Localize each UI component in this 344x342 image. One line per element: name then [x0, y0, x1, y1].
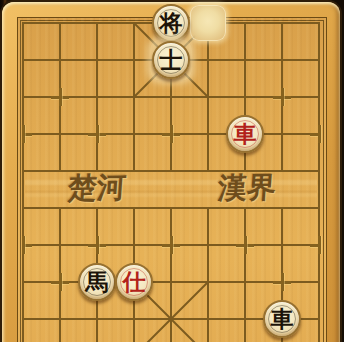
piece-glyph: 車 [271, 307, 294, 330]
piece-red-chariot[interactable]: 車 [226, 115, 264, 153]
point-marker [162, 236, 180, 254]
point-marker [88, 125, 106, 143]
piece-black-horse[interactable]: 馬 [78, 263, 116, 301]
piece-glyph: 馬 [86, 270, 109, 293]
piece-black-general[interactable]: 将 [152, 4, 190, 42]
point-marker [162, 125, 180, 143]
point-marker [310, 236, 328, 254]
river-band: 楚河 漢界 [25, 173, 317, 206]
piece-glyph: 仕 [123, 270, 146, 293]
point-marker [51, 273, 69, 291]
piece-glyph: 車 [234, 122, 257, 145]
xiangqi-screenshot: 楚河 漢界 将士車馬仕車 [0, 0, 344, 342]
point-marker [51, 88, 69, 106]
river-label-chu-he: 楚河 [67, 173, 128, 206]
piece-glyph: 士 [160, 48, 183, 71]
point-marker [273, 88, 291, 106]
point-marker [14, 236, 32, 254]
point-marker [88, 236, 106, 254]
last-move-origin-marker [190, 5, 226, 41]
point-marker [273, 273, 291, 291]
piece-red-advisor[interactable]: 仕 [115, 263, 153, 301]
grid-vline [244, 207, 246, 342]
grid-vline [96, 22, 98, 172]
point-marker [236, 236, 254, 254]
point-marker [310, 125, 328, 143]
piece-glyph: 将 [160, 11, 183, 34]
grid-vline [22, 22, 24, 342]
river-label-han-jie: 漢界 [217, 173, 278, 206]
piece-black-advisor[interactable]: 士 [152, 41, 190, 79]
piece-black-chariot[interactable]: 車 [263, 300, 301, 338]
grid-vline [318, 22, 320, 342]
point-marker [14, 125, 32, 143]
grid-vline [207, 207, 209, 342]
